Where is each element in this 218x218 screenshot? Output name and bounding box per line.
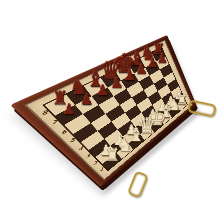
piece-black-pawn-h7[interactable]: ♟ [157, 53, 168, 65]
pieces-layer: ♜♞♝♛♚♝♞♜♟♟♟♟♟♟♟♟♟♟♟♟♟♟♟♟♜♞♝♛♚♝♞♜ [0, 0, 218, 218]
piece-white-rook-a1[interactable]: ♜ [105, 147, 120, 164]
chessboard-photo: ABCDEFGH12345678 ♜♞♝♛♚♝♞♜♟♟♟♟♟♟♟♟♟♟♟♟♟♟♟… [0, 0, 218, 218]
piece-black-pawn-f7[interactable]: ♟ [136, 63, 148, 76]
piece-black-pawn-g7[interactable]: ♟ [147, 58, 158, 71]
piece-black-pawn-a7[interactable]: ♟ [63, 102, 76, 117]
piece-black-pawn-e7[interactable]: ♟ [124, 69, 136, 83]
piece-black-pawn-c7[interactable]: ♟ [96, 84, 109, 99]
piece-black-pawn-d7[interactable]: ♟ [110, 76, 123, 90]
piece-black-pawn-b7[interactable]: ♟ [80, 92, 93, 107]
